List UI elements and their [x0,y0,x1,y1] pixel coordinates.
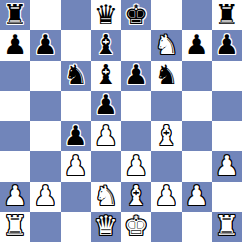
square-f8[interactable] [151,0,181,30]
square-h5[interactable] [212,91,242,121]
square-c1[interactable] [61,212,91,242]
white-knight-piece[interactable]: ♞ [94,182,118,209]
white-pawn-piece[interactable]: ♟ [185,182,209,209]
white-bishop-piece[interactable]: ♝ [154,122,178,149]
square-h8[interactable]: ♜ [212,0,242,30]
square-a3[interactable] [0,151,30,181]
square-f4[interactable]: ♝ [151,121,181,151]
square-c2[interactable] [61,182,91,212]
black-pawn-piece[interactable]: ♟ [94,91,118,118]
white-knight-piece[interactable]: ♞ [154,31,178,58]
black-pawn-piece[interactable]: ♟ [33,31,57,58]
square-e3[interactable]: ♟ [121,151,151,181]
square-g6[interactable] [182,61,212,91]
square-c7[interactable] [61,30,91,60]
square-c8[interactable] [61,0,91,30]
square-h2[interactable] [212,182,242,212]
square-d3[interactable] [91,151,121,181]
black-pawn-piece[interactable]: ♟ [3,31,27,58]
black-rook-piece[interactable]: ♜ [215,1,239,28]
white-pawn-piece[interactable]: ♟ [94,122,118,149]
square-d6[interactable]: ♝ [91,61,121,91]
black-queen-piece[interactable]: ♛ [94,1,118,28]
square-g8[interactable] [182,0,212,30]
square-e2[interactable]: ♝ [121,182,151,212]
square-b7[interactable]: ♟ [30,30,60,60]
square-e6[interactable]: ♟ [121,61,151,91]
square-h6[interactable] [212,61,242,91]
square-b4[interactable] [30,121,60,151]
square-a7[interactable]: ♟ [0,30,30,60]
square-d1[interactable]: ♛ [91,212,121,242]
square-g2[interactable]: ♟ [182,182,212,212]
square-h3[interactable]: ♟ [212,151,242,181]
white-pawn-piece[interactable]: ♟ [33,182,57,209]
square-f3[interactable] [151,151,181,181]
white-king-piece[interactable]: ♚ [124,212,148,239]
square-d7[interactable]: ♝ [91,30,121,60]
square-a8[interactable]: ♜ [0,0,30,30]
black-pawn-piece[interactable]: ♟ [185,31,209,58]
square-f1[interactable] [151,212,181,242]
black-pawn-piece[interactable]: ♟ [215,31,239,58]
square-g3[interactable] [182,151,212,181]
black-bishop-piece[interactable]: ♝ [94,61,118,88]
square-g4[interactable] [182,121,212,151]
black-king-piece[interactable]: ♚ [124,1,148,28]
square-d8[interactable]: ♛ [91,0,121,30]
black-knight-piece[interactable]: ♞ [154,61,178,88]
square-c4[interactable]: ♟ [61,121,91,151]
square-a4[interactable] [0,121,30,151]
square-b5[interactable] [30,91,60,121]
square-c5[interactable] [61,91,91,121]
black-rook-piece[interactable]: ♜ [3,1,27,28]
chess-board: ♜♛♚♜♟♟♝♞♟♟♞♝♟♞♟♟♟♝♟♟♟♟♟♞♝♟♟♜♛♚♜ [0,0,242,242]
square-h4[interactable] [212,121,242,151]
square-g7[interactable]: ♟ [182,30,212,60]
square-a6[interactable] [0,61,30,91]
square-f5[interactable] [151,91,181,121]
white-rook-piece[interactable]: ♜ [3,212,27,239]
square-g1[interactable] [182,212,212,242]
square-f6[interactable]: ♞ [151,61,181,91]
square-h7[interactable]: ♟ [212,30,242,60]
black-knight-piece[interactable]: ♞ [64,61,88,88]
square-e4[interactable] [121,121,151,151]
square-e8[interactable]: ♚ [121,0,151,30]
white-pawn-piece[interactable]: ♟ [154,182,178,209]
square-a1[interactable]: ♜ [0,212,30,242]
square-a5[interactable] [0,91,30,121]
white-pawn-piece[interactable]: ♟ [124,152,148,179]
square-b1[interactable] [30,212,60,242]
square-g5[interactable] [182,91,212,121]
white-rook-piece[interactable]: ♜ [215,212,239,239]
square-b3[interactable] [30,151,60,181]
white-pawn-piece[interactable]: ♟ [3,182,27,209]
square-a2[interactable]: ♟ [0,182,30,212]
black-bishop-piece[interactable]: ♝ [94,31,118,58]
black-pawn-piece[interactable]: ♟ [64,122,88,149]
white-pawn-piece[interactable]: ♟ [64,152,88,179]
square-f7[interactable]: ♞ [151,30,181,60]
square-e7[interactable] [121,30,151,60]
square-d4[interactable]: ♟ [91,121,121,151]
square-b6[interactable] [30,61,60,91]
square-e5[interactable] [121,91,151,121]
white-queen-piece[interactable]: ♛ [94,212,118,239]
square-e1[interactable]: ♚ [121,212,151,242]
square-d5[interactable]: ♟ [91,91,121,121]
square-b8[interactable] [30,0,60,30]
square-h1[interactable]: ♜ [212,212,242,242]
white-bishop-piece[interactable]: ♝ [124,182,148,209]
square-c3[interactable]: ♟ [61,151,91,181]
square-c6[interactable]: ♞ [61,61,91,91]
square-b2[interactable]: ♟ [30,182,60,212]
black-pawn-piece[interactable]: ♟ [124,61,148,88]
square-f2[interactable]: ♟ [151,182,181,212]
white-pawn-piece[interactable]: ♟ [215,152,239,179]
square-d2[interactable]: ♞ [91,182,121,212]
